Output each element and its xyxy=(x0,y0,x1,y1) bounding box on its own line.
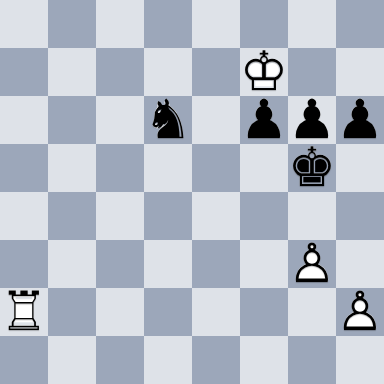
square-d3[interactable] xyxy=(144,240,192,288)
square-g2[interactable] xyxy=(288,288,336,336)
black-knight-glyph: ♞ xyxy=(144,96,192,144)
square-c2[interactable] xyxy=(96,288,144,336)
square-g7[interactable] xyxy=(288,48,336,96)
square-g6[interactable]: ♙♟ xyxy=(288,96,336,144)
square-b3[interactable] xyxy=(48,240,96,288)
white-rook-glyph-underlay: ♜ xyxy=(0,288,48,336)
square-e6[interactable] xyxy=(192,96,240,144)
square-e8[interactable] xyxy=(192,0,240,48)
square-c3[interactable] xyxy=(96,240,144,288)
square-d2[interactable] xyxy=(144,288,192,336)
square-b5[interactable] xyxy=(48,144,96,192)
black-king-glyph: ♚ xyxy=(288,144,336,192)
square-a8[interactable] xyxy=(0,0,48,48)
square-h2[interactable]: ♟♙ xyxy=(336,288,384,336)
white-rook-piece[interactable]: ♜♖ xyxy=(0,288,48,336)
square-c8[interactable] xyxy=(96,0,144,48)
black-pawn-glyph-underlay: ♙ xyxy=(336,96,384,144)
square-h4[interactable] xyxy=(336,192,384,240)
square-d8[interactable] xyxy=(144,0,192,48)
white-pawn-glyph: ♙ xyxy=(336,288,384,336)
square-f8[interactable] xyxy=(240,0,288,48)
square-g1[interactable] xyxy=(288,336,336,384)
square-f3[interactable] xyxy=(240,240,288,288)
white-king-piece[interactable]: ♚♔ xyxy=(240,48,288,96)
square-c7[interactable] xyxy=(96,48,144,96)
square-a7[interactable] xyxy=(0,48,48,96)
square-e7[interactable] xyxy=(192,48,240,96)
square-b2[interactable] xyxy=(48,288,96,336)
white-pawn-piece[interactable]: ♟♙ xyxy=(336,288,384,336)
square-b4[interactable] xyxy=(48,192,96,240)
square-e4[interactable] xyxy=(192,192,240,240)
square-d1[interactable] xyxy=(144,336,192,384)
black-knight-glyph-underlay: ♘ xyxy=(144,96,192,144)
square-c1[interactable] xyxy=(96,336,144,384)
square-c6[interactable] xyxy=(96,96,144,144)
square-e3[interactable] xyxy=(192,240,240,288)
black-pawn-glyph: ♟ xyxy=(336,96,384,144)
square-g4[interactable] xyxy=(288,192,336,240)
square-g5[interactable]: ♔♚ xyxy=(288,144,336,192)
square-f1[interactable] xyxy=(240,336,288,384)
black-pawn-glyph: ♟ xyxy=(240,96,288,144)
white-pawn-glyph-underlay: ♟ xyxy=(336,288,384,336)
square-a2[interactable]: ♜♖ xyxy=(0,288,48,336)
black-king-glyph-underlay: ♔ xyxy=(288,144,336,192)
square-d6[interactable]: ♘♞ xyxy=(144,96,192,144)
white-rook-glyph: ♖ xyxy=(0,288,48,336)
white-pawn-glyph-underlay: ♟ xyxy=(288,240,336,288)
square-h7[interactable] xyxy=(336,48,384,96)
square-c4[interactable] xyxy=(96,192,144,240)
black-pawn-piece[interactable]: ♙♟ xyxy=(288,96,336,144)
white-king-glyph-underlay: ♚ xyxy=(240,48,288,96)
square-d4[interactable] xyxy=(144,192,192,240)
square-a1[interactable] xyxy=(0,336,48,384)
square-g3[interactable]: ♟♙ xyxy=(288,240,336,288)
square-f2[interactable] xyxy=(240,288,288,336)
square-h1[interactable] xyxy=(336,336,384,384)
square-e2[interactable] xyxy=(192,288,240,336)
square-g8[interactable] xyxy=(288,0,336,48)
square-f4[interactable] xyxy=(240,192,288,240)
square-e5[interactable] xyxy=(192,144,240,192)
square-f5[interactable] xyxy=(240,144,288,192)
black-pawn-glyph-underlay: ♙ xyxy=(240,96,288,144)
white-king-glyph: ♔ xyxy=(240,48,288,96)
square-a6[interactable] xyxy=(0,96,48,144)
square-h5[interactable] xyxy=(336,144,384,192)
square-b8[interactable] xyxy=(48,0,96,48)
square-a5[interactable] xyxy=(0,144,48,192)
square-d5[interactable] xyxy=(144,144,192,192)
square-h3[interactable] xyxy=(336,240,384,288)
square-c5[interactable] xyxy=(96,144,144,192)
black-pawn-piece[interactable]: ♙♟ xyxy=(336,96,384,144)
square-f6[interactable]: ♙♟ xyxy=(240,96,288,144)
square-h8[interactable] xyxy=(336,0,384,48)
square-e1[interactable] xyxy=(192,336,240,384)
square-a3[interactable] xyxy=(0,240,48,288)
square-b1[interactable] xyxy=(48,336,96,384)
square-f7[interactable]: ♚♔ xyxy=(240,48,288,96)
chess-board: ♚♔♘♞♙♟♙♟♙♟♔♚♟♙♜♖♟♙ xyxy=(0,0,384,384)
black-pawn-glyph: ♟ xyxy=(288,96,336,144)
white-pawn-piece[interactable]: ♟♙ xyxy=(288,240,336,288)
square-h6[interactable]: ♙♟ xyxy=(336,96,384,144)
square-a4[interactable] xyxy=(0,192,48,240)
black-king-piece[interactable]: ♔♚ xyxy=(288,144,336,192)
black-pawn-glyph-underlay: ♙ xyxy=(288,96,336,144)
black-knight-piece[interactable]: ♘♞ xyxy=(144,96,192,144)
square-b7[interactable] xyxy=(48,48,96,96)
white-pawn-glyph: ♙ xyxy=(288,240,336,288)
black-pawn-piece[interactable]: ♙♟ xyxy=(240,96,288,144)
square-d7[interactable] xyxy=(144,48,192,96)
square-b6[interactable] xyxy=(48,96,96,144)
